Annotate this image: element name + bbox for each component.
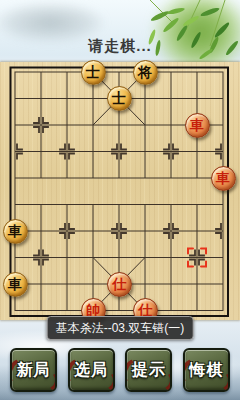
new-game-label: 新局 xyxy=(17,360,51,381)
xiangqi-board[interactable]: 士将士車車車車仕帥仕 xyxy=(0,62,240,320)
pieces-grid: 士将士車車車車仕帥仕 xyxy=(2,59,236,324)
select-game-button[interactable]: 选局 xyxy=(68,348,115,392)
hint-label: 提示 xyxy=(132,360,166,381)
piece-black-general[interactable]: 将 xyxy=(133,60,158,85)
piece-black-chariot[interactable]: 車 xyxy=(3,219,28,244)
select-game-label: 选局 xyxy=(74,360,108,381)
undo-label: 悔棋 xyxy=(189,360,223,381)
app-screen: 请走棋... 士将士車車車車仕帥仕 基本杀法--03.双车错(一) 新局 选局 … xyxy=(0,0,240,400)
button-bar: 新局 选局 提示 悔棋 xyxy=(0,348,240,392)
piece-black-chariot[interactable]: 車 xyxy=(3,272,28,297)
piece-red-chariot[interactable]: 車 xyxy=(185,113,210,138)
top-status-area: 请走棋... xyxy=(0,0,240,62)
piece-black-advisor[interactable]: 士 xyxy=(81,60,106,85)
status-text: 请走棋... xyxy=(0,37,240,56)
puzzle-title-tooltip: 基本杀法--03.双车错(一) xyxy=(47,316,194,340)
piece-black-advisor[interactable]: 士 xyxy=(107,86,132,111)
new-game-button[interactable]: 新局 xyxy=(10,348,57,392)
piece-red-advisor[interactable]: 仕 xyxy=(107,272,132,297)
piece-red-chariot[interactable]: 車 xyxy=(211,166,236,191)
hint-button[interactable]: 提示 xyxy=(125,348,172,392)
undo-button[interactable]: 悔棋 xyxy=(183,348,230,392)
